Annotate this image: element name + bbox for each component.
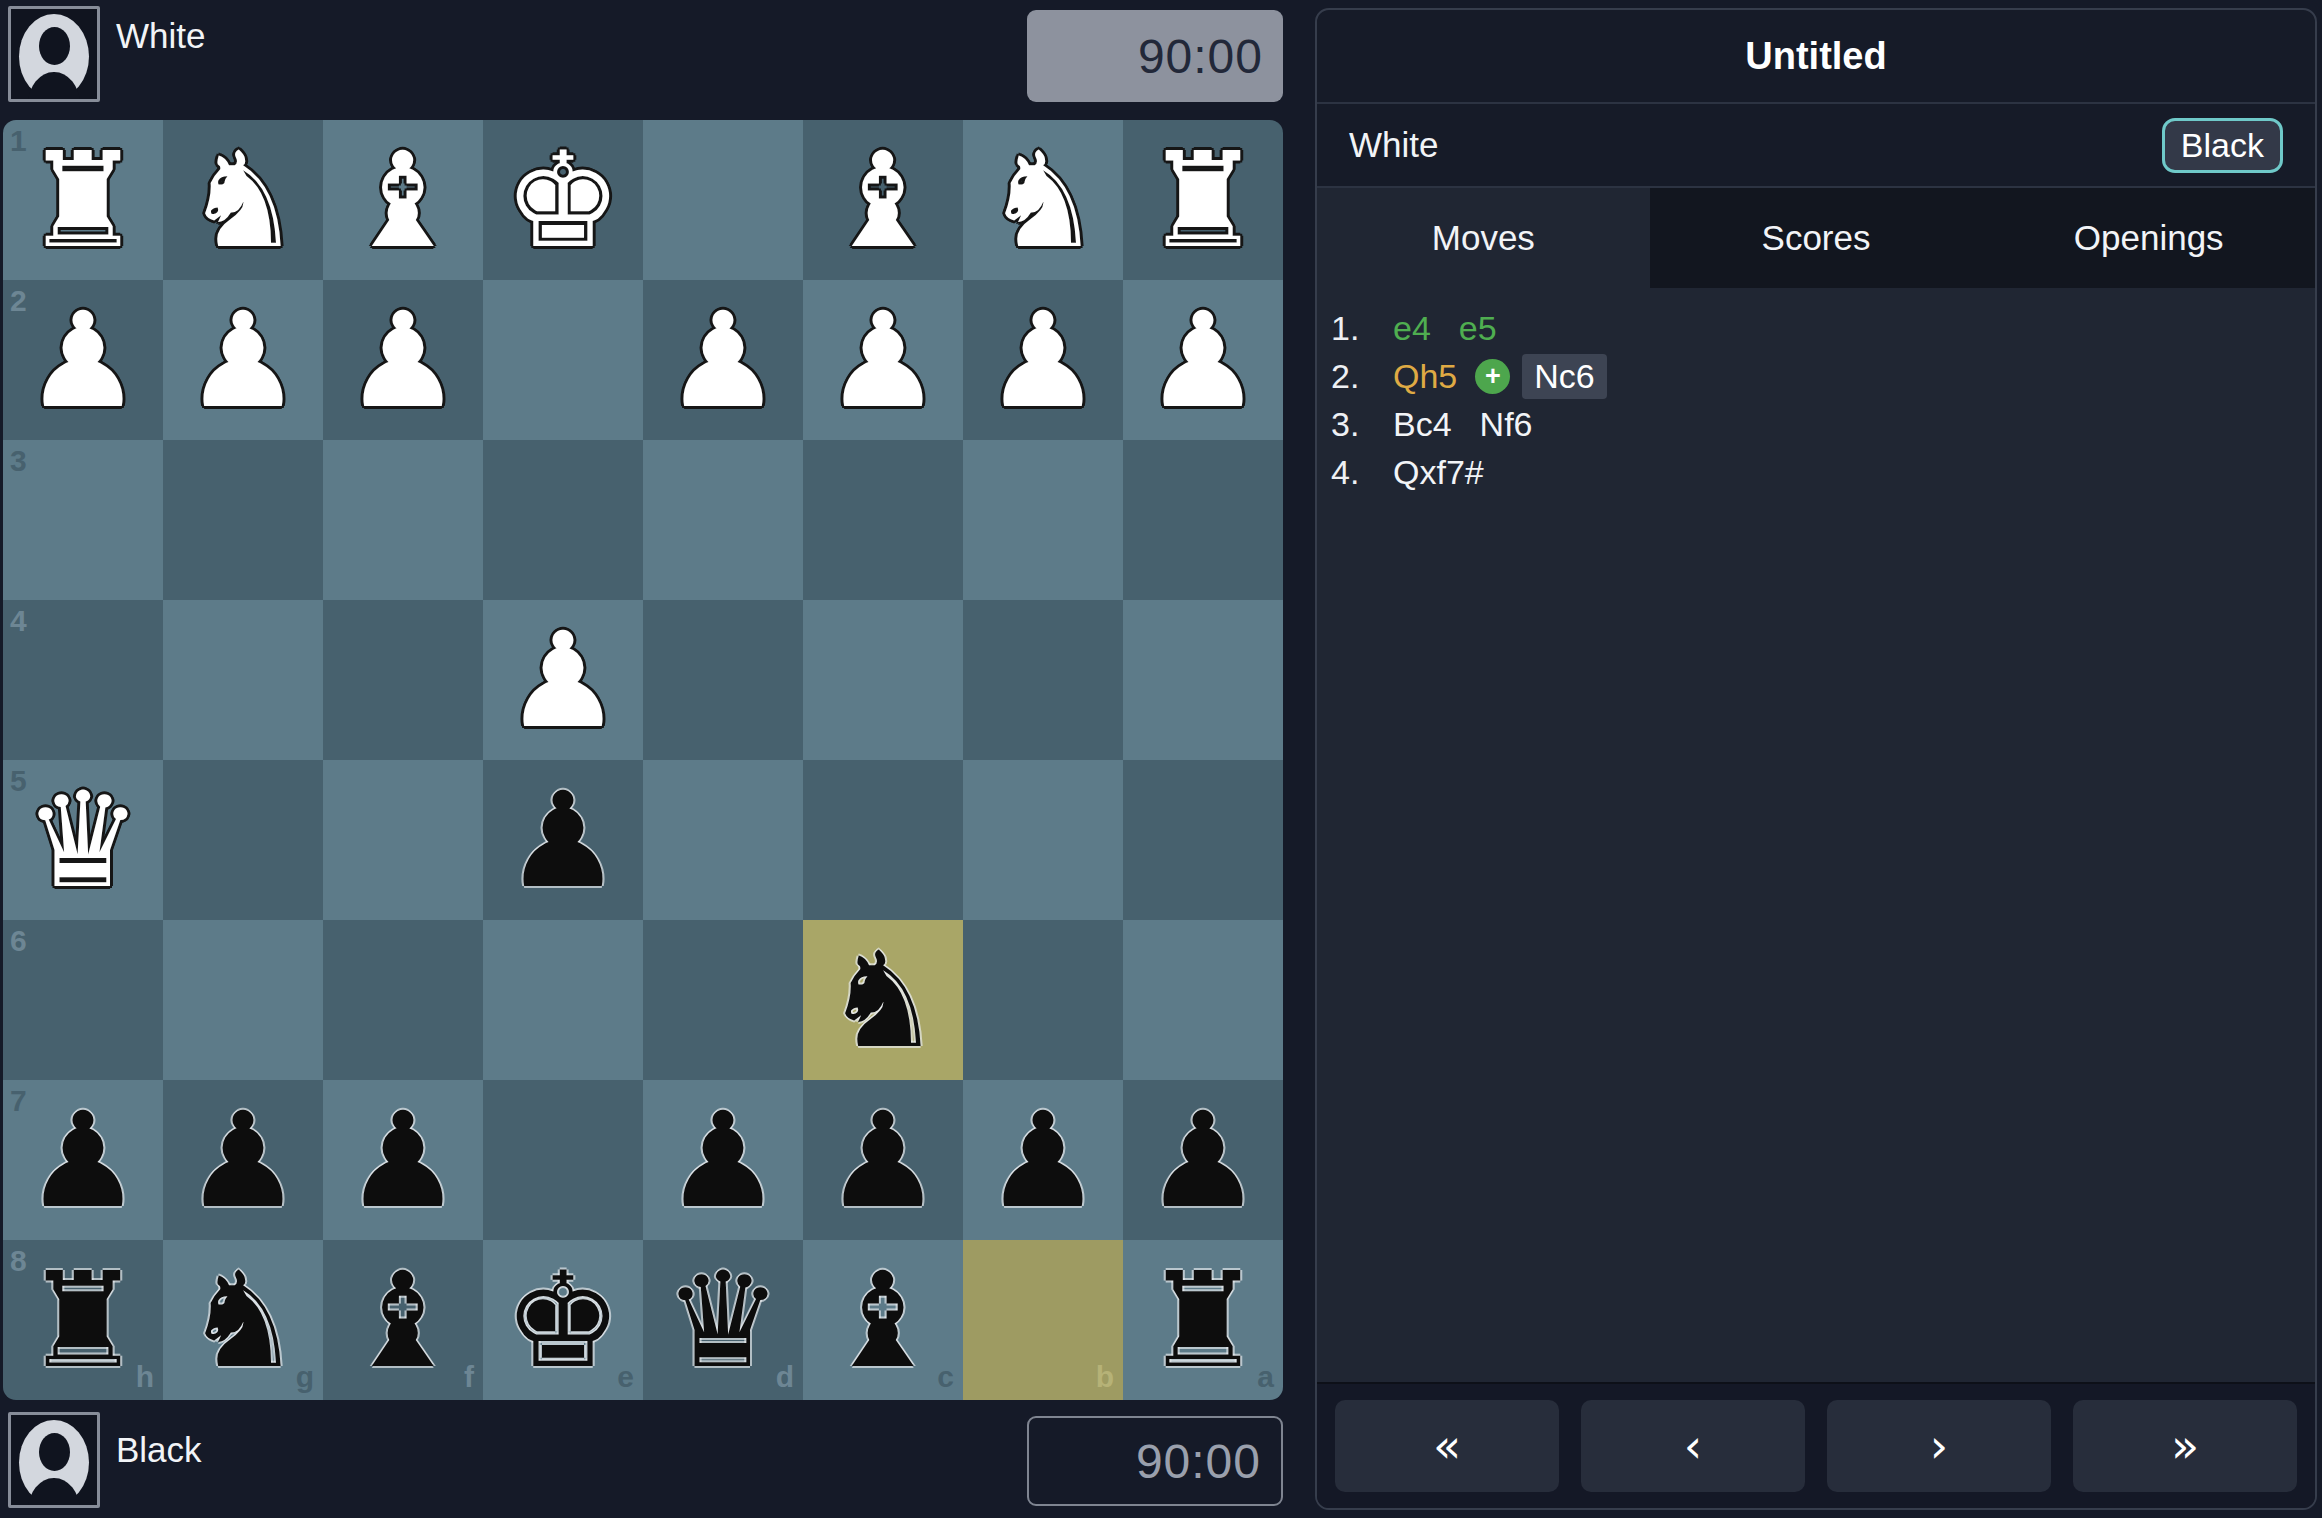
white-player-name: White — [116, 16, 205, 56]
square-g3[interactable] — [163, 440, 323, 600]
square-b6[interactable] — [963, 920, 1123, 1080]
first-move-button[interactable]: « — [1335, 1400, 1559, 1492]
last-move-button[interactable]: » — [2073, 1400, 2297, 1492]
square-d2[interactable]: ♟ — [643, 280, 803, 440]
white-pawn-piece[interactable]: ♟ — [1123, 280, 1283, 440]
square-d8[interactable]: d♛ — [643, 1240, 803, 1400]
black-pawn-piece[interactable]: ♟ — [483, 760, 643, 920]
square-d6[interactable] — [643, 920, 803, 1080]
game-panel: Untitled White Black Moves Scores Openin… — [1315, 8, 2317, 1510]
square-c2[interactable]: ♟ — [803, 280, 963, 440]
square-a2[interactable]: ♟ — [1123, 280, 1283, 440]
black-pawn-piece[interactable]: ♟ — [163, 1080, 323, 1240]
square-e8[interactable]: e♚ — [483, 1240, 643, 1400]
previous-move-button[interactable]: ‹ — [1581, 1400, 1805, 1492]
players-row: White Black — [1317, 104, 2315, 188]
square-f7[interactable]: ♟ — [323, 1080, 483, 1240]
square-e3[interactable] — [483, 440, 643, 600]
square-g8[interactable]: g♞ — [163, 1240, 323, 1400]
square-e7[interactable] — [483, 1080, 643, 1240]
square-c8[interactable]: c♝ — [803, 1240, 963, 1400]
rank-label-3: 3 — [10, 446, 27, 476]
square-e1[interactable]: ♚ — [483, 120, 643, 280]
white-player-avatar — [8, 6, 100, 102]
black-pawn-piece[interactable]: ♟ — [1123, 1080, 1283, 1240]
square-c3[interactable] — [803, 440, 963, 600]
black-bishop-piece[interactable]: ♝ — [803, 1240, 963, 1400]
move-Qxf7[interactable]: Qxf7# — [1385, 450, 1492, 495]
square-b4[interactable] — [963, 600, 1123, 760]
square-d7[interactable]: ♟ — [643, 1080, 803, 1240]
square-h1[interactable]: 1♜ — [3, 120, 163, 280]
black-knight-piece[interactable]: ♞ — [803, 920, 963, 1080]
black-pawn-piece[interactable]: ♟ — [323, 1080, 483, 1240]
square-f6[interactable] — [323, 920, 483, 1080]
square-g6[interactable] — [163, 920, 323, 1080]
white-clock: 90:00 — [1027, 10, 1283, 102]
move-number: 3. — [1331, 405, 1373, 444]
square-h4[interactable]: 4 — [3, 600, 163, 760]
square-d4[interactable] — [643, 600, 803, 760]
black-pawn-piece[interactable]: ♟ — [643, 1080, 803, 1240]
white-pawn-piece[interactable]: ♟ — [483, 600, 643, 760]
square-c1[interactable]: ♝ — [803, 120, 963, 280]
move-Nf6[interactable]: Nf6 — [1472, 402, 1541, 447]
white-knight-piece[interactable]: ♞ — [163, 120, 323, 280]
tab-scores[interactable]: Scores — [1650, 188, 1983, 288]
panel-header: Untitled — [1317, 10, 2315, 104]
white-side-label: White — [1349, 125, 1438, 165]
black-queen-piece[interactable]: ♛ — [643, 1240, 803, 1400]
white-knight-piece[interactable]: ♞ — [963, 120, 1123, 280]
white-pawn-piece[interactable]: ♟ — [803, 280, 963, 440]
square-a8[interactable]: a♜ — [1123, 1240, 1283, 1400]
square-f3[interactable] — [323, 440, 483, 600]
square-h2[interactable]: 2♟ — [3, 280, 163, 440]
move-row: 3.Bc4Nf6 — [1331, 400, 2299, 448]
square-a4[interactable] — [1123, 600, 1283, 760]
move-number: 2. — [1331, 357, 1373, 396]
square-e4[interactable]: ♟ — [483, 600, 643, 760]
game-title: Untitled — [1745, 35, 1886, 78]
tab-moves[interactable]: Moves — [1317, 188, 1650, 288]
move-e4[interactable]: e4 — [1385, 306, 1439, 351]
square-g4[interactable] — [163, 600, 323, 760]
white-pawn-piece[interactable]: ♟ — [163, 280, 323, 440]
panel-tabbar: Moves Scores Openings — [1317, 188, 2315, 288]
white-bishop-piece[interactable]: ♝ — [323, 120, 483, 280]
move-row: 2.Qh5+Nc6 — [1331, 352, 2299, 400]
square-f2[interactable]: ♟ — [323, 280, 483, 440]
square-d5[interactable] — [643, 760, 803, 920]
white-queen-piece[interactable]: ♛ — [3, 760, 163, 920]
square-c7[interactable]: ♟ — [803, 1080, 963, 1240]
square-b8[interactable]: b — [963, 1240, 1123, 1400]
square-g2[interactable]: ♟ — [163, 280, 323, 440]
white-king-piece[interactable]: ♚ — [483, 120, 643, 280]
square-f4[interactable] — [323, 600, 483, 760]
black-pawn-piece[interactable]: ♟ — [803, 1080, 963, 1240]
square-e6[interactable] — [483, 920, 643, 1080]
black-rook-piece[interactable]: ♜ — [3, 1240, 163, 1400]
square-c6[interactable]: ♞ — [803, 920, 963, 1080]
move-Qh5[interactable]: Qh5 — [1385, 354, 1465, 399]
move-row: 4.Qxf7# — [1331, 448, 2299, 496]
annotation-plus-icon: + — [1475, 359, 1510, 394]
move-e5[interactable]: e5 — [1451, 306, 1505, 351]
square-f1[interactable]: ♝ — [323, 120, 483, 280]
black-rook-piece[interactable]: ♜ — [1123, 1240, 1283, 1400]
square-g1[interactable]: ♞ — [163, 120, 323, 280]
black-side-badge[interactable]: Black — [2162, 118, 2283, 173]
white-rook-piece[interactable]: ♜ — [3, 120, 163, 280]
square-b5[interactable] — [963, 760, 1123, 920]
move-navigation: « ‹ › » — [1317, 1382, 2315, 1508]
white-pawn-piece[interactable]: ♟ — [643, 280, 803, 440]
move-list: 1.e4e52.Qh5+Nc63.Bc4Nf64.Qxf7# — [1317, 288, 2315, 1382]
square-c4[interactable] — [803, 600, 963, 760]
tab-openings[interactable]: Openings — [1982, 188, 2315, 288]
square-f5[interactable] — [323, 760, 483, 920]
black-pawn-piece[interactable]: ♟ — [963, 1080, 1123, 1240]
black-bishop-piece[interactable]: ♝ — [323, 1240, 483, 1400]
square-g7[interactable]: ♟ — [163, 1080, 323, 1240]
chess-board[interactable]: 1♜♞♝♚♝♞♜2♟♟♟♟♟♟♟34♟5♛♟6♞7♟♟♟♟♟♟♟8h♜g♞f♝e… — [3, 120, 1283, 1400]
square-b3[interactable] — [963, 440, 1123, 600]
rank-label-4: 4 — [10, 606, 27, 636]
square-d1[interactable] — [643, 120, 803, 280]
square-a3[interactable] — [1123, 440, 1283, 600]
rank-label-6: 6 — [10, 926, 27, 956]
square-h5[interactable]: 5♛ — [3, 760, 163, 920]
square-a7[interactable]: ♟ — [1123, 1080, 1283, 1240]
white-bishop-piece[interactable]: ♝ — [803, 120, 963, 280]
move-number: 1. — [1331, 309, 1373, 348]
move-row: 1.e4e5 — [1331, 304, 2299, 352]
square-b7[interactable]: ♟ — [963, 1080, 1123, 1240]
black-clock: 90:00 — [1027, 1416, 1283, 1506]
square-h6[interactable]: 6 — [3, 920, 163, 1080]
square-c5[interactable] — [803, 760, 963, 920]
square-a6[interactable] — [1123, 920, 1283, 1080]
black-pawn-piece[interactable]: ♟ — [3, 1080, 163, 1240]
square-b2[interactable]: ♟ — [963, 280, 1123, 440]
square-b1[interactable]: ♞ — [963, 120, 1123, 280]
move-Bc4[interactable]: Bc4 — [1385, 402, 1460, 447]
square-h3[interactable]: 3 — [3, 440, 163, 600]
black-player-avatar — [8, 1412, 100, 1508]
square-a1[interactable]: ♜ — [1123, 120, 1283, 280]
black-player-name: Black — [116, 1430, 202, 1470]
white-pawn-piece[interactable]: ♟ — [3, 280, 163, 440]
white-pawn-piece[interactable]: ♟ — [963, 280, 1123, 440]
next-move-button[interactable]: › — [1827, 1400, 2051, 1492]
black-knight-piece[interactable]: ♞ — [163, 1240, 323, 1400]
square-e2[interactable] — [483, 280, 643, 440]
square-d3[interactable] — [643, 440, 803, 600]
move-Nc6[interactable]: Nc6 — [1522, 354, 1606, 399]
square-f8[interactable]: f♝ — [323, 1240, 483, 1400]
white-pawn-piece[interactable]: ♟ — [323, 280, 483, 440]
square-g5[interactable] — [163, 760, 323, 920]
square-e5[interactable]: ♟ — [483, 760, 643, 920]
file-label-b: b — [1096, 1362, 1114, 1392]
white-rook-piece[interactable]: ♜ — [1123, 120, 1283, 280]
square-h8[interactable]: 8h♜ — [3, 1240, 163, 1400]
move-number: 4. — [1331, 453, 1373, 492]
black-king-piece[interactable]: ♚ — [483, 1240, 643, 1400]
chess-app: { "game": "chess", "position": { "fen": … — [0, 0, 2322, 1518]
square-a5[interactable] — [1123, 760, 1283, 920]
square-h7[interactable]: 7♟ — [3, 1080, 163, 1240]
